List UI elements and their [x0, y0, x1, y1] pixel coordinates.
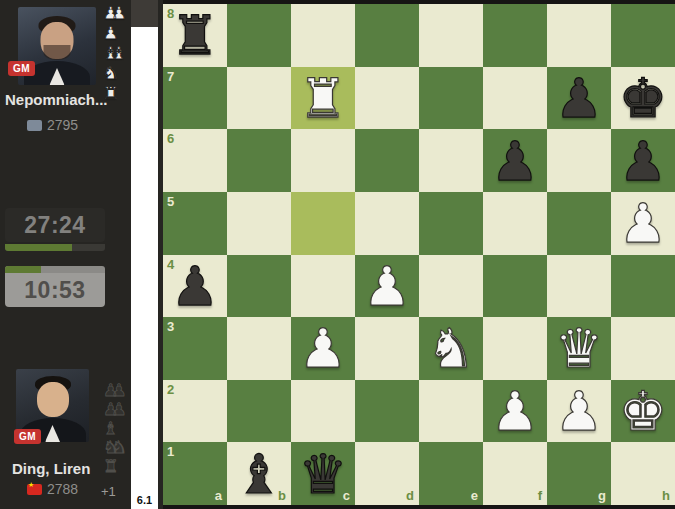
piece-white-king[interactable]: ♚	[619, 384, 667, 438]
square-h6[interactable]: ♟	[611, 129, 675, 192]
file-label-f: f	[538, 489, 542, 502]
square-h3[interactable]	[611, 317, 675, 380]
captured-pieces-top: ♟♟♟♝♝♞♜	[103, 4, 133, 104]
piece-black-pawn[interactable]: ♟	[619, 134, 667, 188]
captured-piece-group: ♜	[103, 457, 133, 476]
square-a4[interactable]: 4♟	[163, 255, 227, 318]
time-bar-top	[5, 244, 105, 251]
piece-black-king[interactable]: ♚	[619, 71, 667, 125]
square-h1[interactable]: h	[611, 442, 675, 505]
clock-bottom: 10:53	[5, 273, 105, 307]
square-e7[interactable]	[419, 67, 483, 130]
square-e6[interactable]	[419, 129, 483, 192]
square-c8[interactable]	[291, 4, 355, 67]
captured-piece-group: ♝	[103, 419, 133, 438]
square-e8[interactable]	[419, 4, 483, 67]
square-e4[interactable]	[419, 255, 483, 318]
rating-row-top: 2795	[27, 117, 78, 133]
flag-stars: ★	[28, 481, 34, 488]
piece-black-bishop[interactable]: ♝	[235, 447, 283, 501]
square-f5[interactable]	[483, 192, 547, 255]
square-b6[interactable]	[227, 129, 291, 192]
square-f3[interactable]	[483, 317, 547, 380]
square-g6[interactable]	[547, 129, 611, 192]
piece-black-rook[interactable]: ♜	[171, 8, 219, 62]
captured-piece-group: ♜	[103, 84, 133, 104]
square-b5[interactable]	[227, 192, 291, 255]
square-d7[interactable]	[355, 67, 419, 130]
captured-piece-group: ♟♟	[103, 4, 133, 24]
captured-piece-group: ♞	[103, 64, 133, 84]
piece-black-queen[interactable]: ♛	[299, 447, 347, 501]
eval-value: 6.1	[131, 494, 158, 506]
piece-white-pawn[interactable]: ♟	[491, 384, 539, 438]
rank-label-2: 2	[167, 383, 174, 396]
time-bar-fill-bottom	[5, 266, 41, 273]
rank-label-5: 5	[167, 195, 174, 208]
rank-label-6: 6	[167, 132, 174, 145]
file-label-h: h	[662, 489, 670, 502]
file-label-g: g	[598, 489, 606, 502]
square-c4[interactable]	[291, 255, 355, 318]
square-e5[interactable]	[419, 192, 483, 255]
file-label-a: a	[215, 489, 222, 502]
square-d1[interactable]: d	[355, 442, 419, 505]
square-e3[interactable]: ♞	[419, 317, 483, 380]
square-d5[interactable]	[355, 192, 419, 255]
piece-white-queen[interactable]: ♛	[555, 321, 603, 375]
time-bar-fill-top	[5, 244, 72, 251]
piece-white-pawn[interactable]: ♟	[299, 321, 347, 375]
gm-title-badge: GM	[8, 61, 35, 76]
material-advantage: +1	[101, 484, 116, 499]
square-c7[interactable]: ♜	[291, 67, 355, 130]
piece-white-pawn[interactable]: ♟	[555, 384, 603, 438]
rating-row-bottom: ★ 2788	[27, 481, 78, 497]
square-f6[interactable]: ♟	[483, 129, 547, 192]
gm-title-badge: GM	[14, 429, 41, 444]
player-rating-top: 2795	[47, 117, 78, 133]
piece-black-pawn[interactable]: ♟	[171, 259, 219, 313]
square-b7[interactable]	[227, 67, 291, 130]
square-g4[interactable]	[547, 255, 611, 318]
piece-white-rook[interactable]: ♜	[299, 71, 347, 125]
square-d2[interactable]	[355, 380, 419, 443]
square-c2[interactable]	[291, 380, 355, 443]
square-d3[interactable]	[355, 317, 419, 380]
avatar-face	[37, 382, 69, 417]
square-g7[interactable]: ♟	[547, 67, 611, 130]
square-f1[interactable]: f	[483, 442, 547, 505]
square-g2[interactable]: ♟	[547, 380, 611, 443]
square-g1[interactable]: g	[547, 442, 611, 505]
square-a1[interactable]: 1a	[163, 442, 227, 505]
square-b4[interactable]	[227, 255, 291, 318]
players-sidebar: GM Nepomniach... 2795 ♟♟♟♝♝♞♜ 27:24 10:5…	[0, 0, 131, 509]
player-name-top: Nepomniach...	[5, 91, 108, 108]
square-d6[interactable]	[355, 129, 419, 192]
square-f4[interactable]	[483, 255, 547, 318]
eval-bar: 6.1	[131, 0, 158, 509]
captured-piece-group: ♝♝	[103, 44, 133, 64]
chess-board-grid: 8♜7♜♟♚6♟♟5♟4♟♟3♟♞♛2♟♟♚1ab♝c♛defgh	[163, 4, 675, 505]
square-a2[interactable]: 2	[163, 380, 227, 443]
square-g8[interactable]	[547, 4, 611, 67]
player-name-bottom: Ding, Liren	[12, 460, 90, 477]
flag-icon-top	[27, 120, 42, 131]
rank-label-7: 7	[167, 70, 174, 83]
square-f7[interactable]	[483, 67, 547, 130]
square-c1[interactable]: c♛	[291, 442, 355, 505]
square-c5[interactable]	[291, 192, 355, 255]
player-rating-bottom: 2788	[47, 481, 78, 497]
chess-board: 8♜7♜♟♚6♟♟5♟4♟♟3♟♞♛2♟♟♚1ab♝c♛defgh	[163, 0, 675, 509]
captured-pieces-bottom: ♟♟♟♟♝♞♞♜	[103, 381, 133, 476]
square-d8[interactable]	[355, 4, 419, 67]
square-b3[interactable]	[227, 317, 291, 380]
square-b2[interactable]	[227, 380, 291, 443]
piece-white-knight[interactable]: ♞	[427, 321, 475, 375]
flag-icon-china: ★	[27, 484, 42, 495]
rank-label-1: 1	[167, 445, 174, 458]
square-b1[interactable]: b♝	[227, 442, 291, 505]
captured-piece-group: ♞♞	[103, 438, 133, 457]
square-d4[interactable]: ♟	[355, 255, 419, 318]
square-a3[interactable]: 3	[163, 317, 227, 380]
eval-bar-black-section	[131, 0, 158, 27]
square-e1[interactable]: e	[419, 442, 483, 505]
square-c6[interactable]	[291, 129, 355, 192]
square-h8[interactable]	[611, 4, 675, 67]
square-h4[interactable]	[611, 255, 675, 318]
rank-label-3: 3	[167, 320, 174, 333]
square-f8[interactable]	[483, 4, 547, 67]
square-h5[interactable]: ♟	[611, 192, 675, 255]
square-f2[interactable]: ♟	[483, 380, 547, 443]
captured-piece-group: ♟	[103, 24, 133, 44]
square-a8[interactable]: 8♜	[163, 4, 227, 67]
square-a6[interactable]: 6	[163, 129, 227, 192]
captured-piece-group: ♟♟	[103, 381, 133, 400]
file-label-d: d	[406, 489, 414, 502]
square-a7[interactable]: 7	[163, 67, 227, 130]
square-b8[interactable]	[227, 4, 291, 67]
square-h7[interactable]: ♚	[611, 67, 675, 130]
square-g3[interactable]: ♛	[547, 317, 611, 380]
avatar-beard	[44, 45, 71, 60]
file-label-e: e	[471, 489, 478, 502]
square-c3[interactable]: ♟	[291, 317, 355, 380]
square-e2[interactable]	[419, 380, 483, 443]
square-a5[interactable]: 5	[163, 192, 227, 255]
square-g5[interactable]	[547, 192, 611, 255]
piece-black-pawn[interactable]: ♟	[555, 71, 603, 125]
clock-top: 27:24	[5, 208, 105, 242]
square-h2[interactable]: ♚	[611, 380, 675, 443]
piece-white-pawn[interactable]: ♟	[363, 259, 411, 313]
piece-white-pawn[interactable]: ♟	[619, 196, 667, 250]
time-bar-bottom	[5, 266, 105, 273]
piece-black-pawn[interactable]: ♟	[491, 134, 539, 188]
captured-piece-group: ♟♟	[103, 400, 133, 419]
